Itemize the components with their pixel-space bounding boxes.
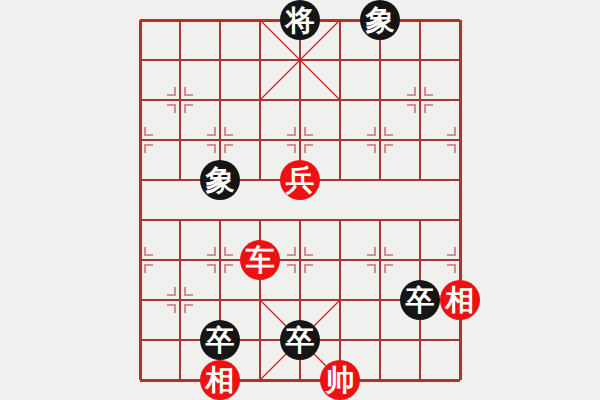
screenshot-root: { "game": "xiangqi", "board": { "files":… xyxy=(0,0,600,400)
piece-black-soldier[interactable]: 卒 xyxy=(200,320,240,360)
piece-red-elephant[interactable]: 相 xyxy=(200,360,240,400)
piece-red-soldier[interactable]: 兵 xyxy=(280,160,320,200)
piece-red-general[interactable]: 帅 xyxy=(320,360,360,400)
piece-red-chariot[interactable]: 车 xyxy=(240,240,280,280)
piece-black-elephant[interactable]: 象 xyxy=(360,0,400,40)
xiangqi-board[interactable]: 将象象兵车卒相卒卒相帅 xyxy=(120,0,480,400)
piece-black-general[interactable]: 将 xyxy=(280,0,320,40)
piece-black-soldier[interactable]: 卒 xyxy=(400,280,440,320)
piece-red-elephant[interactable]: 相 xyxy=(440,280,480,320)
piece-black-elephant[interactable]: 象 xyxy=(200,160,240,200)
piece-black-soldier[interactable]: 卒 xyxy=(280,320,320,360)
xiangqi-diagram: 将象象兵车卒相卒卒相帅 xyxy=(0,0,600,400)
